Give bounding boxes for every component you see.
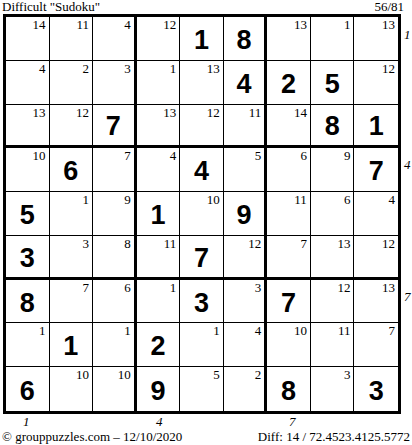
pencil-mark: 6	[344, 192, 351, 207]
given-digit: 8	[6, 280, 49, 323]
cell-r8c2[interactable]: 1	[50, 323, 94, 367]
pencil-mark: 1	[83, 192, 90, 207]
pencil-mark: 10	[118, 367, 131, 382]
cell-r1c1[interactable]: 14	[6, 17, 50, 61]
pencil-mark: 12	[163, 17, 176, 32]
pencil-mark: 10	[207, 192, 220, 207]
given-digit: 2	[267, 61, 310, 104]
pencil-mark: 6	[124, 280, 131, 295]
cell-r4c3[interactable]: 7	[93, 148, 137, 192]
given-digit: 1	[354, 105, 398, 146]
pencil-mark: 3	[255, 280, 262, 295]
pencil-mark: 14	[294, 105, 307, 120]
pencil-mark: 5	[255, 148, 262, 163]
cell-r3c3[interactable]: 7	[93, 105, 137, 149]
cell-r4c9[interactable]: 7	[354, 148, 398, 192]
cell-r7c6[interactable]: 3	[224, 280, 268, 324]
pencil-mark: 1	[213, 323, 220, 338]
cell-r7c5[interactable]: 3	[180, 280, 224, 324]
given-digit: 8	[224, 17, 265, 60]
pencil-mark: 13	[207, 61, 220, 76]
cell-r9c8[interactable]: 3	[311, 367, 355, 411]
pencil-mark: 9	[344, 148, 351, 163]
pencil-mark: 11	[294, 192, 307, 207]
pencil-mark: 3	[83, 236, 90, 251]
given-digit: 8	[267, 367, 310, 411]
pencil-mark: 11	[249, 105, 262, 120]
cell-r8c7[interactable]: 10	[267, 323, 311, 367]
cell-r8c4[interactable]: 2	[137, 323, 181, 367]
given-digit: 1	[137, 192, 180, 235]
pencil-mark: 10	[294, 323, 307, 338]
given-digit: 8	[311, 105, 354, 146]
pencil-mark: 10	[76, 367, 89, 382]
cell-r1c6[interactable]: 8	[224, 17, 268, 61]
given-digit: 6	[6, 367, 49, 411]
pencil-mark: 4	[170, 148, 177, 163]
pencil-mark: 8	[124, 236, 131, 251]
given-digit: 9	[137, 367, 180, 411]
pencil-mark: 13	[382, 17, 395, 32]
pencil-mark: 4	[124, 17, 131, 32]
pencil-mark: 13	[382, 280, 395, 295]
given-digit: 3	[180, 280, 223, 323]
cell-r2c7[interactable]: 2	[267, 61, 311, 105]
col-label-4: 4	[156, 415, 163, 428]
cell-r9c3[interactable]: 10	[93, 367, 137, 411]
cell-r2c6[interactable]: 4	[224, 61, 268, 105]
cell-r8c5[interactable]: 1	[180, 323, 224, 367]
pencil-mark: 1	[344, 17, 351, 32]
pencil-mark: 1	[170, 280, 177, 295]
page-title: Difficult "Sudoku"	[2, 0, 100, 13]
cell-r6c1[interactable]: 3	[6, 236, 50, 280]
cell-r3c6[interactable]: 11	[224, 105, 268, 149]
pencil-mark: 9	[124, 192, 131, 207]
pencil-mark: 1	[124, 323, 131, 338]
cell-r5c6[interactable]: 9	[224, 192, 268, 236]
cell-r2c5[interactable]: 13	[180, 61, 224, 105]
cell-r2c9[interactable]: 12	[354, 61, 398, 105]
pencil-mark: 13	[163, 105, 176, 120]
pencil-mark: 12	[337, 280, 350, 295]
cell-r8c1[interactable]: 1	[6, 323, 50, 367]
pencil-mark: 11	[77, 17, 90, 32]
given-digit: 9	[224, 192, 265, 235]
cell-r8c3[interactable]: 1	[93, 323, 137, 367]
pencil-mark: 12	[382, 61, 395, 76]
cell-r4c8[interactable]: 9	[311, 148, 355, 192]
pencil-mark: 3	[124, 61, 131, 76]
cell-r8c9[interactable]: 7	[354, 323, 398, 367]
given-digit: 7	[93, 105, 134, 146]
cell-r4c2[interactable]: 6	[50, 148, 94, 192]
pencil-mark: 14	[33, 17, 46, 32]
pencil-mark: 11	[338, 323, 351, 338]
header: Difficult "Sudoku" 56/81	[2, 0, 404, 14]
given-digit: 7	[354, 148, 398, 191]
cell-r2c4[interactable]: 1	[137, 61, 181, 105]
pencil-mark: 2	[255, 367, 262, 382]
cell-r9c7[interactable]: 8	[267, 367, 311, 411]
cell-r2c8[interactable]: 5	[311, 61, 355, 105]
pencil-mark: 12	[207, 105, 220, 120]
copyright-text: © grouppuzzles.com – 12/10/2020	[2, 430, 182, 444]
cell-r3c8[interactable]: 8	[311, 105, 355, 149]
row-label-1: 1	[404, 28, 411, 41]
cell-r4c7[interactable]: 6	[267, 148, 311, 192]
cell-r6c8[interactable]: 13	[311, 236, 355, 280]
pencil-mark: 7	[300, 236, 307, 251]
pencil-mark: 4	[39, 61, 46, 76]
pencil-mark: 13	[294, 17, 307, 32]
cell-r7c2[interactable]: 7	[50, 280, 94, 324]
cell-r1c9[interactable]: 13	[354, 17, 398, 61]
cell-r6c7[interactable]: 7	[267, 236, 311, 280]
cell-r5c5[interactable]: 10	[180, 192, 224, 236]
cell-r2c3[interactable]: 3	[93, 61, 137, 105]
pencil-mark: 12	[76, 105, 89, 120]
given-digit: 4	[224, 61, 265, 104]
cell-r6c6[interactable]: 12	[224, 236, 268, 280]
cell-r2c1[interactable]: 4	[6, 61, 50, 105]
cell-r9c4[interactable]: 9	[137, 367, 181, 411]
cell-r1c4[interactable]: 12	[137, 17, 181, 61]
cell-r6c4[interactable]: 11	[137, 236, 181, 280]
cell-r9c1[interactable]: 6	[6, 367, 50, 411]
pencil-mark: 4	[389, 192, 396, 207]
given-digit: 5	[6, 192, 49, 235]
cell-r5c7[interactable]: 11	[267, 192, 311, 236]
given-digit: 3	[6, 236, 49, 277]
cell-r6c9[interactable]: 12	[354, 236, 398, 280]
col-label-1: 1	[23, 415, 30, 428]
row-label-4: 4	[404, 158, 411, 171]
pencil-mark: 3	[344, 367, 351, 382]
pencil-mark: 13	[33, 105, 46, 120]
row-labels: 1 4 7	[404, 0, 412, 445]
cell-r9c2[interactable]: 10	[50, 367, 94, 411]
given-digit: 5	[311, 61, 354, 104]
cell-r7c8[interactable]: 12	[311, 280, 355, 324]
cell-r4c4[interactable]: 4	[137, 148, 181, 192]
cell-r6c5[interactable]: 7	[180, 236, 224, 280]
cell-r9c6[interactable]: 2	[224, 367, 268, 411]
cell-r7c7[interactable]: 7	[267, 280, 311, 324]
cell-r1c3[interactable]: 4	[93, 17, 137, 61]
pencil-mark: 7	[83, 280, 90, 295]
puzzle-page: Difficult "Sudoku" 56/81 141141218131134…	[0, 0, 412, 445]
cell-r3c9[interactable]: 1	[354, 105, 398, 149]
footer: © grouppuzzles.com – 12/10/2020 Diff: 14…	[2, 430, 410, 444]
cell-r6c3[interactable]: 8	[93, 236, 137, 280]
cell-r8c8[interactable]: 11	[311, 323, 355, 367]
cell-r9c5[interactable]: 5	[180, 367, 224, 411]
cell-r4c1[interactable]: 10	[6, 148, 50, 192]
pencil-mark: 7	[124, 148, 131, 163]
cell-r4c6[interactable]: 5	[224, 148, 268, 192]
cell-r5c9[interactable]: 4	[354, 192, 398, 236]
given-digit: 7	[267, 280, 310, 323]
pencil-mark: 12	[382, 236, 395, 251]
pencil-mark: 2	[83, 61, 90, 76]
cell-r7c9[interactable]: 13	[354, 280, 398, 324]
cell-r3c4[interactable]: 13	[137, 105, 181, 149]
cell-r9c9[interactable]: 3	[354, 367, 398, 411]
cell-r7c3[interactable]: 6	[93, 280, 137, 324]
cell-r3c2[interactable]: 12	[50, 105, 94, 149]
given-digit: 6	[50, 148, 93, 191]
cell-r5c1[interactable]: 5	[6, 192, 50, 236]
row-label-7: 7	[404, 290, 411, 303]
cell-r5c8[interactable]: 6	[311, 192, 355, 236]
sudoku-board: 1411412181311342311342512131271312111481…	[3, 14, 401, 414]
given-digit: 4	[180, 148, 223, 191]
cell-r7c1[interactable]: 8	[6, 280, 50, 324]
cell-r5c2[interactable]: 1	[50, 192, 94, 236]
given-digit: 7	[180, 236, 223, 277]
given-digit: 1	[180, 17, 223, 60]
cell-r6c2[interactable]: 3	[50, 236, 94, 280]
pencil-mark: 1	[170, 61, 177, 76]
cell-r1c7[interactable]: 13	[267, 17, 311, 61]
col-label-7: 7	[289, 415, 296, 428]
cell-r5c3[interactable]: 9	[93, 192, 137, 236]
given-digit: 3	[354, 367, 398, 411]
cell-r3c1[interactable]: 13	[6, 105, 50, 149]
pencil-mark: 1	[39, 323, 46, 338]
difficulty-text: Diff: 14 / 72.4523.4125.5772	[258, 430, 410, 444]
cell-r2c2[interactable]: 2	[50, 61, 94, 105]
cell-r4c5[interactable]: 4	[180, 148, 224, 192]
pencil-mark: 6	[300, 148, 307, 163]
cell-r8c6[interactable]: 4	[224, 323, 268, 367]
given-digit: 1	[50, 323, 93, 366]
cell-r1c8[interactable]: 1	[311, 17, 355, 61]
pencil-mark: 11	[164, 236, 177, 251]
pencil-mark: 7	[389, 323, 396, 338]
cell-r3c5[interactable]: 12	[180, 105, 224, 149]
pencil-mark: 13	[337, 236, 350, 251]
pencil-mark: 12	[248, 236, 261, 251]
given-digit: 2	[137, 323, 180, 366]
cell-r1c2[interactable]: 11	[50, 17, 94, 61]
cell-counter: 56/81	[374, 0, 404, 13]
cell-r1c5[interactable]: 1	[180, 17, 224, 61]
pencil-mark: 5	[213, 367, 220, 382]
pencil-mark: 4	[255, 323, 262, 338]
cell-r5c4[interactable]: 1	[137, 192, 181, 236]
cell-r3c7[interactable]: 14	[267, 105, 311, 149]
cell-r7c4[interactable]: 1	[137, 280, 181, 324]
pencil-mark: 10	[33, 148, 46, 163]
